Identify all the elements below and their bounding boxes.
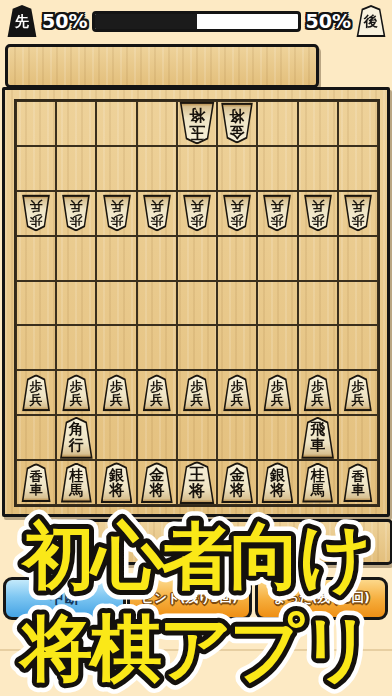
board-cell[interactable] xyxy=(257,325,297,370)
shogi-piece-sente[interactable]: 金将 xyxy=(140,462,173,503)
board-cell[interactable] xyxy=(298,101,338,146)
board-cell[interactable] xyxy=(217,325,257,370)
shogi-piece-sente[interactable]: 金将 xyxy=(221,462,254,503)
gote-percent: 50% xyxy=(306,10,351,32)
board-cell[interactable]: 歩兵 xyxy=(96,370,136,415)
shogi-piece-gote[interactable]: 歩兵 xyxy=(263,195,292,232)
board-cell[interactable] xyxy=(257,415,297,460)
board-cell[interactable] xyxy=(338,101,378,146)
board-cell[interactable]: 歩兵 xyxy=(56,191,96,236)
board-cell[interactable] xyxy=(16,146,56,191)
shogi-piece-sente[interactable]: 歩兵 xyxy=(102,374,131,411)
board-cell[interactable] xyxy=(56,325,96,370)
board-cell[interactable] xyxy=(56,101,96,146)
hint-button[interactable]: ヒント(残り3回) xyxy=(127,577,252,620)
shogi-piece-sente[interactable]: 歩兵 xyxy=(343,374,372,411)
board-cell[interactable]: 歩兵 xyxy=(217,370,257,415)
shogi-piece-gote[interactable]: 歩兵 xyxy=(142,195,171,232)
board-cell[interactable] xyxy=(338,146,378,191)
shogi-piece-sente[interactable]: 飛車 xyxy=(301,417,335,459)
board-cell[interactable] xyxy=(298,281,338,326)
board-cell[interactable] xyxy=(217,146,257,191)
board-cell[interactable] xyxy=(137,146,177,191)
shogi-piece-sente[interactable]: 歩兵 xyxy=(62,374,91,411)
sente-captured-tray xyxy=(74,519,392,565)
board-cell[interactable] xyxy=(56,236,96,281)
shogi-piece-sente[interactable]: 歩兵 xyxy=(223,374,252,411)
board-cell[interactable] xyxy=(96,236,136,281)
gote-label: 後 xyxy=(364,14,378,28)
shogi-piece-sente[interactable]: 角行 xyxy=(59,417,93,459)
board-cell[interactable] xyxy=(16,101,56,146)
board-cell[interactable] xyxy=(338,415,378,460)
board-cell[interactable]: 歩兵 xyxy=(338,191,378,236)
board-cell[interactable]: 王将 xyxy=(177,460,217,505)
board-cell[interactable]: 香車 xyxy=(16,460,56,505)
shogi-piece-sente[interactable]: 桂馬 xyxy=(60,463,92,503)
shogi-piece-gote[interactable]: 歩兵 xyxy=(303,195,332,232)
shogi-piece-gote[interactable]: 歩兵 xyxy=(223,195,252,232)
shogi-piece-gote[interactable]: 歩兵 xyxy=(62,195,91,232)
board-cell[interactable]: 金将 xyxy=(137,460,177,505)
board-cell[interactable] xyxy=(96,281,136,326)
board-cell[interactable] xyxy=(177,281,217,326)
board-cell[interactable] xyxy=(137,101,177,146)
shogi-piece-sente[interactable]: 歩兵 xyxy=(22,374,51,411)
board-cell[interactable]: 歩兵 xyxy=(177,191,217,236)
shogi-app-screen: 先 50% 50% 後 玉将金将歩兵歩兵歩兵歩兵歩兵歩兵歩兵歩兵歩兵歩兵歩兵歩兵… xyxy=(0,0,392,696)
board-cell[interactable]: 歩兵 xyxy=(56,370,96,415)
shogi-piece-sente[interactable]: 歩兵 xyxy=(182,374,211,411)
shogi-piece-sente[interactable]: 王将 xyxy=(179,461,215,504)
shogi-piece-gote[interactable]: 歩兵 xyxy=(22,195,51,232)
gote-piece-icon: 後 xyxy=(356,5,386,37)
board-cell[interactable]: 歩兵 xyxy=(16,191,56,236)
board-cell[interactable] xyxy=(56,146,96,191)
shogi-piece-sente[interactable]: 桂馬 xyxy=(302,463,334,503)
board-cell[interactable]: 歩兵 xyxy=(96,191,136,236)
board-cell[interactable]: 歩兵 xyxy=(137,191,177,236)
board-cell[interactable] xyxy=(96,146,136,191)
board-cell[interactable] xyxy=(137,236,177,281)
board-cell[interactable]: 歩兵 xyxy=(217,191,257,236)
board-cell[interactable] xyxy=(217,236,257,281)
board-cell[interactable] xyxy=(137,325,177,370)
board-cell[interactable] xyxy=(16,281,56,326)
shogi-piece-sente[interactable]: 歩兵 xyxy=(263,374,292,411)
board-cell[interactable] xyxy=(177,236,217,281)
board-cell[interactable]: 玉将 xyxy=(177,101,217,146)
board-cell[interactable]: 歩兵 xyxy=(338,370,378,415)
board-cell[interactable]: 桂馬 xyxy=(56,460,96,505)
board-cell[interactable] xyxy=(137,415,177,460)
win-rate-bar-area: 先 50% 50% 後 xyxy=(0,0,392,42)
board-cell[interactable]: 歩兵 xyxy=(16,370,56,415)
undo-button[interactable]: まった(残り5回) xyxy=(255,577,388,620)
board-cell[interactable]: 歩兵 xyxy=(298,191,338,236)
board-cell[interactable] xyxy=(16,325,56,370)
board-cell[interactable] xyxy=(257,236,297,281)
board-cell[interactable]: 香車 xyxy=(338,460,378,505)
shogi-board: 玉将金将歩兵歩兵歩兵歩兵歩兵歩兵歩兵歩兵歩兵歩兵歩兵歩兵歩兵歩兵歩兵歩兵歩兵歩兵… xyxy=(2,87,390,517)
board-cell[interactable]: 歩兵 xyxy=(257,191,297,236)
shogi-piece-gote[interactable]: 金将 xyxy=(221,103,254,144)
board-cell[interactable] xyxy=(338,236,378,281)
board-cell[interactable] xyxy=(217,415,257,460)
board-cell[interactable]: 銀将 xyxy=(257,460,297,505)
shogi-piece-gote[interactable]: 歩兵 xyxy=(102,195,131,232)
background-divider xyxy=(0,649,392,651)
board-cell[interactable]: 角行 xyxy=(56,415,96,460)
board-cell[interactable] xyxy=(257,281,297,326)
board-grid: 玉将金将歩兵歩兵歩兵歩兵歩兵歩兵歩兵歩兵歩兵歩兵歩兵歩兵歩兵歩兵歩兵歩兵歩兵歩兵… xyxy=(14,99,380,507)
board-cell[interactable]: 歩兵 xyxy=(137,370,177,415)
board-cell[interactable]: 歩兵 xyxy=(257,370,297,415)
pause-button[interactable]: 中断 xyxy=(3,577,126,620)
shogi-piece-sente[interactable]: 歩兵 xyxy=(142,374,171,411)
board-cell[interactable] xyxy=(56,281,96,326)
board-cell[interactable] xyxy=(96,325,136,370)
sente-percent: 50% xyxy=(42,10,87,32)
board-cell[interactable] xyxy=(96,101,136,146)
board-cell[interactable]: 歩兵 xyxy=(177,370,217,415)
board-cell[interactable] xyxy=(298,236,338,281)
board-cell[interactable] xyxy=(257,101,297,146)
board-cell[interactable]: 銀将 xyxy=(96,460,136,505)
board-cell[interactable] xyxy=(338,325,378,370)
sente-piece-icon: 先 xyxy=(7,5,37,37)
board-cell[interactable] xyxy=(137,281,177,326)
board-cell[interactable] xyxy=(177,325,217,370)
board-cell[interactable]: 金将 xyxy=(217,460,257,505)
sente-label: 先 xyxy=(15,14,29,28)
shogi-piece-gote[interactable]: 歩兵 xyxy=(182,195,211,232)
board-cell[interactable]: 桂馬 xyxy=(298,460,338,505)
shogi-piece-gote[interactable]: 歩兵 xyxy=(343,195,372,232)
board-cell[interactable] xyxy=(338,281,378,326)
shogi-piece-sente[interactable]: 香車 xyxy=(21,463,51,502)
board-cell[interactable]: 歩兵 xyxy=(298,370,338,415)
board-cell[interactable] xyxy=(177,146,217,191)
board-cell[interactable] xyxy=(298,325,338,370)
shogi-piece-sente[interactable]: 銀将 xyxy=(261,462,294,503)
shogi-piece-sente[interactable]: 香車 xyxy=(343,463,373,502)
shogi-piece-gote[interactable]: 玉将 xyxy=(179,102,215,145)
board-cell[interactable]: 飛車 xyxy=(298,415,338,460)
gote-captured-tray xyxy=(5,44,319,88)
board-cell[interactable] xyxy=(257,146,297,191)
board-cell[interactable]: 金将 xyxy=(217,101,257,146)
board-cell[interactable] xyxy=(177,415,217,460)
board-cell[interactable] xyxy=(298,146,338,191)
win-rate-bar xyxy=(92,11,300,32)
board-cell[interactable] xyxy=(16,236,56,281)
shogi-piece-sente[interactable]: 銀将 xyxy=(100,462,133,503)
board-cell[interactable] xyxy=(96,415,136,460)
win-rate-bar-sente-fill xyxy=(95,14,196,29)
board-cell[interactable] xyxy=(217,281,257,326)
board-cell[interactable] xyxy=(16,415,56,460)
shogi-piece-sente[interactable]: 歩兵 xyxy=(303,374,332,411)
